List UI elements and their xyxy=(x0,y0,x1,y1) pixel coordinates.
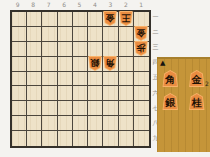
square-5-3[interactable] xyxy=(73,42,88,57)
piece-kanji: 角 xyxy=(165,75,175,85)
piece-kanji: 金 xyxy=(106,13,115,22)
gote-piece-金[interactable]: 金 xyxy=(104,12,116,25)
hand-slot-角[interactable]: 角 xyxy=(163,71,177,86)
square-3-2[interactable] xyxy=(103,27,118,42)
sente-piece-銀[interactable]: 銀 xyxy=(163,94,177,109)
square-9-1[interactable] xyxy=(12,12,27,27)
sente-hand-grid: 角金2銀桂 xyxy=(157,71,210,109)
square-1-9[interactable] xyxy=(134,131,149,146)
piece-kanji: 銀 xyxy=(91,58,100,67)
square-9-7[interactable] xyxy=(12,101,27,116)
square-1-3[interactable]: 歩 xyxy=(134,42,149,57)
sente-piece-角[interactable]: 角 xyxy=(163,71,177,86)
square-5-7[interactable] xyxy=(73,101,88,116)
square-7-2[interactable] xyxy=(42,27,57,42)
square-8-2[interactable] xyxy=(27,27,42,42)
square-2-1[interactable]: 王 xyxy=(119,12,134,27)
square-1-6[interactable] xyxy=(134,86,149,101)
square-1-7[interactable] xyxy=(134,101,149,116)
shogi-board: 金王金歩銀角 xyxy=(10,10,151,148)
square-2-6[interactable] xyxy=(119,86,134,101)
square-4-4[interactable]: 銀 xyxy=(88,57,103,72)
square-2-8[interactable] xyxy=(119,116,134,131)
square-7-5[interactable] xyxy=(42,72,57,87)
square-3-7[interactable] xyxy=(103,101,118,116)
gote-piece-角[interactable]: 角 xyxy=(104,57,116,70)
piece-kanji: 金 xyxy=(137,28,146,37)
square-9-8[interactable] xyxy=(12,116,27,131)
square-6-4[interactable] xyxy=(58,57,73,72)
square-4-2[interactable] xyxy=(88,27,103,42)
gote-piece-王[interactable]: 王 xyxy=(120,12,132,25)
square-8-9[interactable] xyxy=(27,131,42,146)
square-7-8[interactable] xyxy=(42,116,57,131)
square-9-2[interactable] xyxy=(12,27,27,42)
square-3-8[interactable] xyxy=(103,116,118,131)
square-5-6[interactable] xyxy=(73,86,88,101)
square-7-4[interactable] xyxy=(42,57,57,72)
square-6-1[interactable] xyxy=(58,12,73,27)
square-1-1[interactable] xyxy=(134,12,149,27)
file-label: 2 xyxy=(118,1,133,9)
square-6-9[interactable] xyxy=(58,131,73,146)
square-8-6[interactable] xyxy=(27,86,42,101)
square-1-8[interactable] xyxy=(134,116,149,131)
file-label: 1 xyxy=(134,1,149,9)
square-2-4[interactable] xyxy=(119,57,134,72)
square-9-5[interactable] xyxy=(12,72,27,87)
square-6-5[interactable] xyxy=(58,72,73,87)
square-6-2[interactable] xyxy=(58,27,73,42)
square-5-4[interactable] xyxy=(73,57,88,72)
square-4-8[interactable] xyxy=(88,116,103,131)
square-4-5[interactable] xyxy=(88,72,103,87)
piece-kanji: 角 xyxy=(106,58,115,67)
square-4-1[interactable] xyxy=(88,12,103,27)
square-6-3[interactable] xyxy=(58,42,73,57)
file-label: 9 xyxy=(10,1,25,9)
square-5-5[interactable] xyxy=(73,72,88,87)
rank-label: 三 xyxy=(151,40,160,55)
square-4-6[interactable] xyxy=(88,86,103,101)
square-2-5[interactable] xyxy=(119,72,134,87)
square-7-7[interactable] xyxy=(42,101,57,116)
square-1-4[interactable] xyxy=(134,57,149,72)
square-7-6[interactable] xyxy=(42,86,57,101)
square-3-5[interactable] xyxy=(103,72,118,87)
gote-piece-金[interactable]: 金 xyxy=(135,27,147,40)
square-8-8[interactable] xyxy=(27,116,42,131)
hand-slot-桂[interactable]: 桂 xyxy=(190,94,204,109)
square-3-1[interactable]: 金 xyxy=(103,12,118,27)
sente-piece-金[interactable]: 金 xyxy=(190,71,204,86)
square-6-7[interactable] xyxy=(58,101,73,116)
file-label: 5 xyxy=(72,1,87,9)
square-7-3[interactable] xyxy=(42,42,57,57)
square-9-3[interactable] xyxy=(12,42,27,57)
square-7-9[interactable] xyxy=(42,131,57,146)
sente-turn-marker: ▲ xyxy=(160,59,165,67)
square-3-4[interactable]: 角 xyxy=(103,57,118,72)
square-5-9[interactable] xyxy=(73,131,88,146)
file-label: 7 xyxy=(41,1,56,9)
square-8-1[interactable] xyxy=(27,12,42,27)
piece-kanji: 銀 xyxy=(165,98,175,108)
square-6-8[interactable] xyxy=(58,116,73,131)
piece-kanji: 桂 xyxy=(192,98,202,108)
piece-kanji: 金 xyxy=(192,75,202,85)
square-6-6[interactable] xyxy=(58,86,73,101)
square-9-9[interactable] xyxy=(12,131,27,146)
file-label: 4 xyxy=(87,1,102,9)
square-1-5[interactable] xyxy=(134,72,149,87)
square-2-2[interactable] xyxy=(119,27,134,42)
square-7-1[interactable] xyxy=(42,12,57,27)
square-4-3[interactable] xyxy=(88,42,103,57)
square-3-3[interactable] xyxy=(103,42,118,57)
square-2-7[interactable] xyxy=(119,101,134,116)
sente-piece-桂[interactable]: 桂 xyxy=(190,94,204,109)
square-3-9[interactable] xyxy=(103,131,118,146)
file-labels: 987654321 xyxy=(10,1,149,9)
square-4-9[interactable] xyxy=(88,131,103,146)
rank-label: 二 xyxy=(151,25,160,40)
hand-piece-count: 2 xyxy=(205,80,209,87)
square-8-3[interactable] xyxy=(27,42,42,57)
square-8-5[interactable] xyxy=(27,72,42,87)
gote-piece-銀[interactable]: 銀 xyxy=(89,57,101,70)
square-9-4[interactable] xyxy=(12,57,27,72)
file-label: 3 xyxy=(103,1,118,9)
hand-slot-銀[interactable]: 銀 xyxy=(163,94,177,109)
square-4-7[interactable] xyxy=(88,101,103,116)
rank-label: 一 xyxy=(151,10,160,25)
square-8-7[interactable] xyxy=(27,101,42,116)
square-1-2[interactable]: 金 xyxy=(134,27,149,42)
sente-piece-stand: ▲ 角金2銀桂 xyxy=(157,57,210,152)
file-label: 8 xyxy=(25,1,40,9)
square-2-9[interactable] xyxy=(119,131,134,146)
tsume-shogi-app: 987654321 一二三四五六七八九 金王金歩銀角 ▲ 角金2銀桂 xyxy=(0,0,210,157)
square-5-2[interactable] xyxy=(73,27,88,42)
square-3-6[interactable] xyxy=(103,86,118,101)
square-5-8[interactable] xyxy=(73,116,88,131)
square-5-1[interactable] xyxy=(73,12,88,27)
hand-slot-金[interactable]: 金2 xyxy=(190,71,204,86)
file-label: 6 xyxy=(56,1,71,9)
piece-kanji: 歩 xyxy=(137,43,146,52)
square-9-6[interactable] xyxy=(12,86,27,101)
piece-kanji: 王 xyxy=(121,13,130,22)
gote-piece-歩[interactable]: 歩 xyxy=(135,42,147,55)
square-2-3[interactable] xyxy=(119,42,134,57)
square-8-4[interactable] xyxy=(27,57,42,72)
